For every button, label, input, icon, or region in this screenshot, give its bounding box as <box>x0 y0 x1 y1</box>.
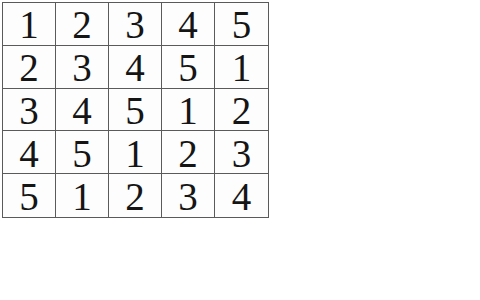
grid-cell-r2c4: 5 <box>162 46 215 89</box>
grid-cell-r4c5: 3 <box>215 131 268 174</box>
grid-cell-r1c5: 5 <box>215 3 268 46</box>
grid-cell-r4c2: 5 <box>56 131 109 174</box>
grid-cell-r3c3: 5 <box>109 89 162 132</box>
grid-cell-r3c5: 2 <box>215 89 268 132</box>
grid-cell-r4c1: 4 <box>3 131 56 174</box>
grid-cell-r2c5: 1 <box>215 46 268 89</box>
grid-cell-r3c1: 3 <box>3 89 56 132</box>
grid-cell-r5c5: 4 <box>215 174 268 217</box>
grid-cell-r4c4: 2 <box>162 131 215 174</box>
grid-cell-r1c3: 3 <box>109 3 162 46</box>
grid-cell-r3c4: 1 <box>162 89 215 132</box>
grid-cell-r5c2: 1 <box>56 174 109 217</box>
grid-cell-r5c1: 5 <box>3 174 56 217</box>
grid-cell-r3c2: 4 <box>56 89 109 132</box>
grid-cell-r1c1: 1 <box>3 3 56 46</box>
grid-cell-r1c4: 4 <box>162 3 215 46</box>
grid-cell-r2c3: 4 <box>109 46 162 89</box>
latin-square-board: 1234523451345124512351234 <box>2 2 269 218</box>
grid-cell-r1c2: 2 <box>56 3 109 46</box>
grid-cell-r2c1: 2 <box>3 46 56 89</box>
grid-cell-r5c3: 2 <box>109 174 162 217</box>
grid-cell-r4c3: 1 <box>109 131 162 174</box>
grid-cell-r2c2: 3 <box>56 46 109 89</box>
grid-cell-r5c4: 3 <box>162 174 215 217</box>
